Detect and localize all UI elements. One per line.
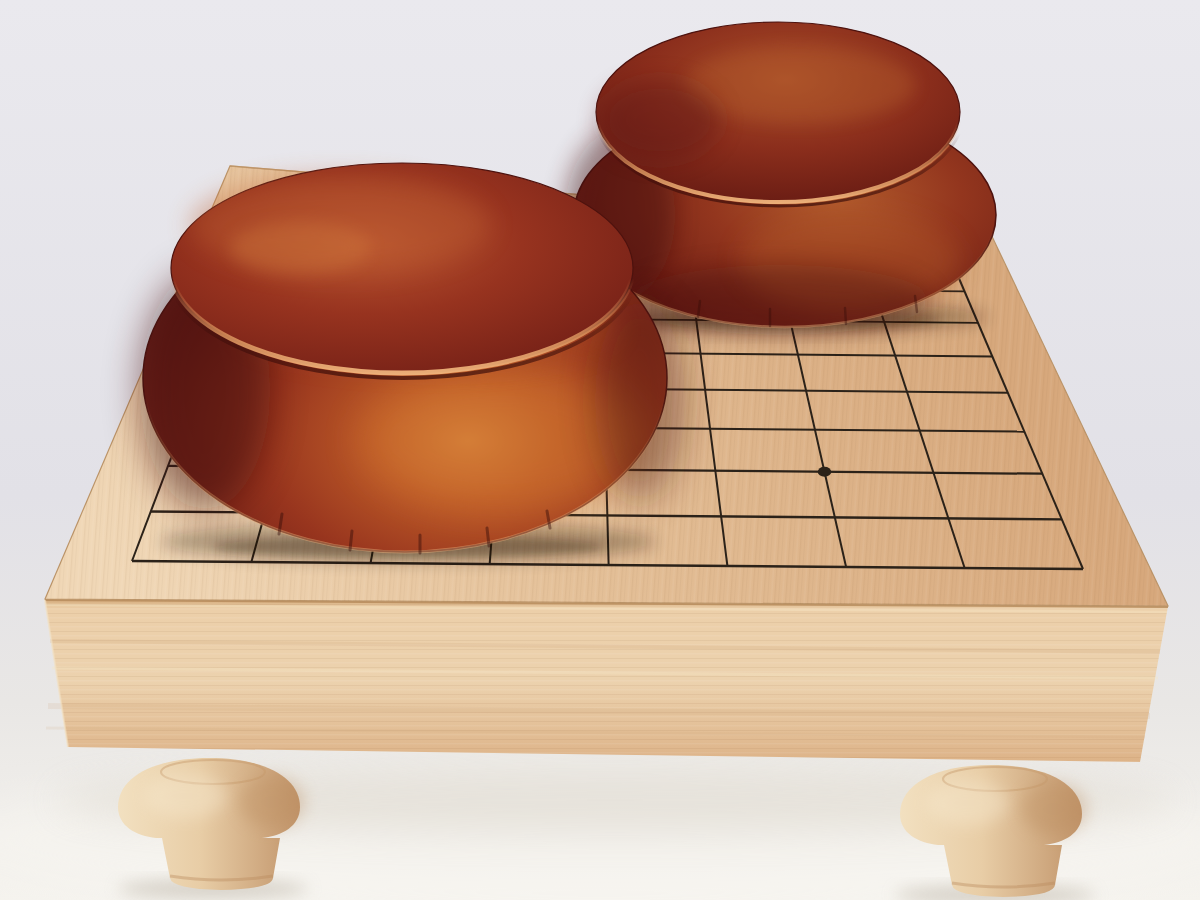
go-board-photo-scene xyxy=(0,0,1200,900)
leg-foot xyxy=(162,838,280,890)
leg-highlight xyxy=(143,773,227,819)
right-bowl-dark-bottom xyxy=(630,265,930,335)
star-point-hoshi xyxy=(818,467,832,477)
right-bowl-lid-highlight xyxy=(685,47,915,123)
scene-svg xyxy=(0,0,1200,900)
left-bowl-dark-right xyxy=(595,300,685,500)
right-bowl-lid-dark xyxy=(600,80,720,160)
leg-shade xyxy=(239,776,305,828)
left-bowl-lid-hotspot xyxy=(230,222,370,274)
board-front-grain xyxy=(45,599,1168,762)
